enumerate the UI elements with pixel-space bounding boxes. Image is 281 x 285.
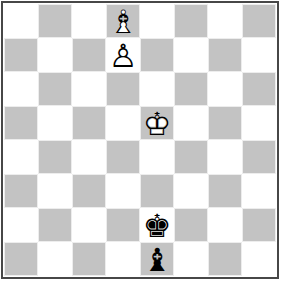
piece-black-king: ♚	[140, 208, 174, 242]
square-f8[interactable]	[174, 4, 208, 38]
square-b8[interactable]	[38, 4, 72, 38]
square-h4[interactable]	[242, 140, 276, 174]
piece-white-bishop: ♝♗	[106, 4, 140, 38]
square-a2[interactable]	[4, 208, 38, 242]
square-d4[interactable]	[106, 140, 140, 174]
square-c7[interactable]	[72, 38, 106, 72]
square-h5[interactable]	[242, 106, 276, 140]
square-g8[interactable]	[208, 4, 242, 38]
square-g1[interactable]	[208, 242, 242, 276]
white-king-glyph: ♔	[140, 107, 174, 141]
square-e8[interactable]	[140, 4, 174, 38]
square-c5[interactable]	[72, 106, 106, 140]
black-bishop-glyph: ♝	[140, 243, 174, 277]
square-f7[interactable]	[174, 38, 208, 72]
white-bishop-fill: ♝	[106, 5, 140, 39]
square-h3[interactable]	[242, 174, 276, 208]
square-g2[interactable]	[208, 208, 242, 242]
square-a4[interactable]	[4, 140, 38, 174]
square-c1[interactable]	[72, 242, 106, 276]
square-g6[interactable]	[208, 72, 242, 106]
square-d3[interactable]	[106, 174, 140, 208]
square-b7[interactable]	[38, 38, 72, 72]
square-b2[interactable]	[38, 208, 72, 242]
square-b4[interactable]	[38, 140, 72, 174]
square-e1[interactable]: ♝	[140, 242, 174, 276]
square-b5[interactable]	[38, 106, 72, 140]
square-g3[interactable]	[208, 174, 242, 208]
square-f6[interactable]	[174, 72, 208, 106]
square-e6[interactable]	[140, 72, 174, 106]
square-e2[interactable]: ♚	[140, 208, 174, 242]
square-g4[interactable]	[208, 140, 242, 174]
square-d8[interactable]: ♝♗	[106, 4, 140, 38]
square-d2[interactable]	[106, 208, 140, 242]
square-f2[interactable]	[174, 208, 208, 242]
square-g5[interactable]	[208, 106, 242, 140]
white-pawn-glyph: ♙	[106, 39, 140, 73]
square-c2[interactable]	[72, 208, 106, 242]
square-c4[interactable]	[72, 140, 106, 174]
square-f5[interactable]	[174, 106, 208, 140]
square-g7[interactable]	[208, 38, 242, 72]
square-b3[interactable]	[38, 174, 72, 208]
square-a1[interactable]	[4, 242, 38, 276]
square-h8[interactable]	[242, 4, 276, 38]
square-c6[interactable]	[72, 72, 106, 106]
square-b6[interactable]	[38, 72, 72, 106]
chess-diagram: ♝♗♟♙♚♔♚♝	[0, 0, 281, 285]
square-a8[interactable]	[4, 4, 38, 38]
square-h2[interactable]	[242, 208, 276, 242]
square-c8[interactable]	[72, 4, 106, 38]
piece-black-bishop: ♝	[140, 242, 174, 276]
square-d1[interactable]	[106, 242, 140, 276]
square-e4[interactable]	[140, 140, 174, 174]
square-f4[interactable]	[174, 140, 208, 174]
square-a6[interactable]	[4, 72, 38, 106]
board-grid: ♝♗♟♙♚♔♚♝	[4, 4, 276, 276]
piece-white-pawn: ♟♙	[106, 38, 140, 72]
square-b1[interactable]	[38, 242, 72, 276]
square-f1[interactable]	[174, 242, 208, 276]
square-e3[interactable]	[140, 174, 174, 208]
white-king-fill: ♚	[140, 107, 174, 141]
square-a5[interactable]	[4, 106, 38, 140]
square-d5[interactable]	[106, 106, 140, 140]
square-a7[interactable]	[4, 38, 38, 72]
square-d6[interactable]	[106, 72, 140, 106]
chess-board: ♝♗♟♙♚♔♚♝	[1, 1, 279, 279]
square-h6[interactable]	[242, 72, 276, 106]
square-e7[interactable]	[140, 38, 174, 72]
square-h7[interactable]	[242, 38, 276, 72]
square-a3[interactable]	[4, 174, 38, 208]
white-bishop-glyph: ♗	[106, 5, 140, 39]
square-h1[interactable]	[242, 242, 276, 276]
piece-white-king: ♚♔	[140, 106, 174, 140]
square-f3[interactable]	[174, 174, 208, 208]
square-c3[interactable]	[72, 174, 106, 208]
square-d7[interactable]: ♟♙	[106, 38, 140, 72]
white-pawn-fill: ♟	[106, 39, 140, 73]
black-king-glyph: ♚	[140, 209, 174, 243]
square-e5[interactable]: ♚♔	[140, 106, 174, 140]
